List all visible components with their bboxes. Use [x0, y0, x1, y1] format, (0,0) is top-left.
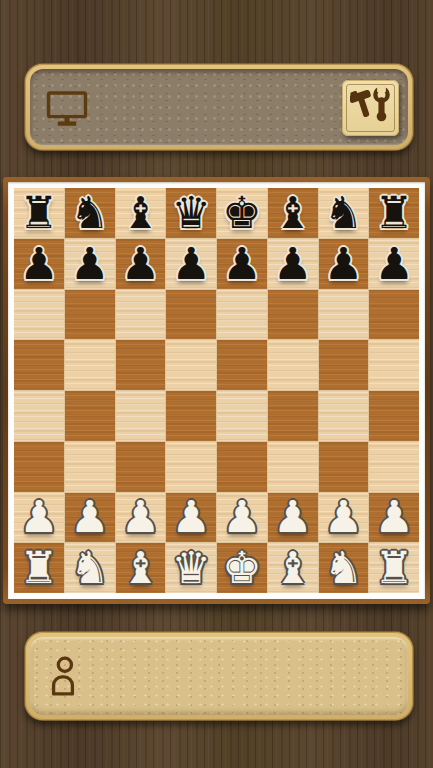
piece-black-knight: ♞ [324, 191, 363, 235]
piece-black-rook: ♜ [19, 191, 58, 235]
square-b6[interactable] [65, 290, 115, 340]
square-b4[interactable] [65, 391, 115, 441]
square-a5[interactable] [14, 340, 64, 390]
square-f7[interactable]: ♟ [268, 239, 318, 289]
person-icon [47, 655, 79, 701]
square-f5[interactable] [268, 340, 318, 390]
square-g6[interactable] [319, 290, 369, 340]
square-f8[interactable]: ♝ [268, 188, 318, 238]
hammer-wrench-icon [350, 85, 392, 131]
piece-black-pawn: ♟ [70, 242, 109, 286]
piece-white-knight: ♞ [70, 546, 109, 590]
piece-white-rook: ♜ [374, 546, 413, 590]
square-b2[interactable]: ♟ [65, 493, 115, 543]
piece-white-queen: ♛ [171, 546, 210, 590]
piece-black-king: ♚ [222, 191, 261, 235]
piece-black-pawn: ♟ [374, 242, 413, 286]
square-g7[interactable]: ♟ [319, 239, 369, 289]
square-d2[interactable]: ♟ [166, 493, 216, 543]
square-g1[interactable]: ♞ [319, 543, 369, 593]
square-d1[interactable]: ♛ [166, 543, 216, 593]
square-a7[interactable]: ♟ [14, 239, 64, 289]
square-d8[interactable]: ♛ [166, 188, 216, 238]
square-e4[interactable] [217, 391, 267, 441]
piece-black-pawn: ♟ [19, 242, 58, 286]
square-a4[interactable] [14, 391, 64, 441]
piece-white-pawn: ♟ [70, 495, 109, 539]
square-c1[interactable]: ♝ [116, 543, 166, 593]
board-frame: ♜♞♝♛♚♝♞♜♟♟♟♟♟♟♟♟♟♟♟♟♟♟♟♟♜♞♝♛♚♝♞♜ [8, 182, 425, 599]
square-g4[interactable] [319, 391, 369, 441]
square-c5[interactable] [116, 340, 166, 390]
square-g3[interactable] [319, 442, 369, 492]
piece-black-bishop: ♝ [273, 191, 312, 235]
square-d3[interactable] [166, 442, 216, 492]
square-b5[interactable] [65, 340, 115, 390]
square-f4[interactable] [268, 391, 318, 441]
square-d4[interactable] [166, 391, 216, 441]
square-h1[interactable]: ♜ [369, 543, 419, 593]
square-e1[interactable]: ♚ [217, 543, 267, 593]
piece-black-pawn: ♟ [121, 242, 160, 286]
piece-white-pawn: ♟ [222, 495, 261, 539]
app-screen: ♜♞♝♛♚♝♞♜♟♟♟♟♟♟♟♟♟♟♟♟♟♟♟♟♜♞♝♛♚♝♞♜ [0, 0, 433, 768]
square-a2[interactable]: ♟ [14, 493, 64, 543]
square-g2[interactable]: ♟ [319, 493, 369, 543]
piece-white-bishop: ♝ [121, 546, 160, 590]
square-a6[interactable] [14, 290, 64, 340]
square-b3[interactable] [65, 442, 115, 492]
piece-black-rook: ♜ [374, 191, 413, 235]
square-a1[interactable]: ♜ [14, 543, 64, 593]
square-f1[interactable]: ♝ [268, 543, 318, 593]
square-f3[interactable] [268, 442, 318, 492]
square-e5[interactable] [217, 340, 267, 390]
piece-white-knight: ♞ [324, 546, 363, 590]
chess-board: ♜♞♝♛♚♝♞♜♟♟♟♟♟♟♟♟♟♟♟♟♟♟♟♟♜♞♝♛♚♝♞♜ [3, 177, 430, 604]
square-a3[interactable] [14, 442, 64, 492]
piece-black-pawn: ♟ [171, 242, 210, 286]
square-d5[interactable] [166, 340, 216, 390]
piece-black-pawn: ♟ [222, 242, 261, 286]
board-grid: ♜♞♝♛♚♝♞♜♟♟♟♟♟♟♟♟♟♟♟♟♟♟♟♟♜♞♝♛♚♝♞♜ [14, 188, 419, 593]
computer-monitor-icon [46, 90, 88, 132]
piece-white-pawn: ♟ [324, 495, 363, 539]
square-c8[interactable]: ♝ [116, 188, 166, 238]
piece-white-pawn: ♟ [374, 495, 413, 539]
square-e6[interactable] [217, 290, 267, 340]
square-b7[interactable]: ♟ [65, 239, 115, 289]
square-e7[interactable]: ♟ [217, 239, 267, 289]
square-g8[interactable]: ♞ [319, 188, 369, 238]
square-f2[interactable]: ♟ [268, 493, 318, 543]
settings-button[interactable] [342, 80, 399, 136]
square-g5[interactable] [319, 340, 369, 390]
piece-white-pawn: ♟ [171, 495, 210, 539]
square-b8[interactable]: ♞ [65, 188, 115, 238]
square-b1[interactable]: ♞ [65, 543, 115, 593]
square-c7[interactable]: ♟ [116, 239, 166, 289]
square-h5[interactable] [369, 340, 419, 390]
square-f6[interactable] [268, 290, 318, 340]
square-c6[interactable] [116, 290, 166, 340]
piece-black-queen: ♛ [171, 191, 210, 235]
square-c2[interactable]: ♟ [116, 493, 166, 543]
piece-white-rook: ♜ [19, 546, 58, 590]
piece-black-pawn: ♟ [273, 242, 312, 286]
square-h2[interactable]: ♟ [369, 493, 419, 543]
opponent-bar-inner [30, 69, 408, 145]
piece-white-king: ♚ [222, 546, 261, 590]
square-d7[interactable]: ♟ [166, 239, 216, 289]
piece-white-pawn: ♟ [273, 495, 312, 539]
piece-black-bishop: ♝ [121, 191, 160, 235]
piece-white-pawn: ♟ [121, 495, 160, 539]
square-h3[interactable] [369, 442, 419, 492]
square-c4[interactable] [116, 391, 166, 441]
square-h7[interactable]: ♟ [369, 239, 419, 289]
square-c3[interactable] [116, 442, 166, 492]
piece-black-knight: ♞ [70, 191, 109, 235]
square-a8[interactable]: ♜ [14, 188, 64, 238]
square-h6[interactable] [369, 290, 419, 340]
player-bar-inner [30, 637, 408, 715]
piece-black-pawn: ♟ [324, 242, 363, 286]
square-e8[interactable]: ♚ [217, 188, 267, 238]
piece-white-pawn: ♟ [19, 495, 58, 539]
piece-white-bishop: ♝ [273, 546, 312, 590]
square-h4[interactable] [369, 391, 419, 441]
player-bar [25, 632, 413, 720]
square-e2[interactable]: ♟ [217, 493, 267, 543]
opponent-bar [25, 64, 413, 150]
square-e3[interactable] [217, 442, 267, 492]
square-d6[interactable] [166, 290, 216, 340]
square-h8[interactable]: ♜ [369, 188, 419, 238]
